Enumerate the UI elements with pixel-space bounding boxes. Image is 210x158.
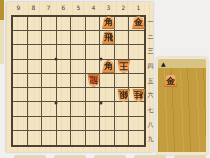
square-77[interactable] <box>42 102 57 116</box>
hoshi-dot <box>55 102 58 105</box>
square-86[interactable] <box>28 88 43 102</box>
sente-marker-icon: ▲ <box>161 59 166 68</box>
cutoff-element <box>174 155 206 158</box>
square-67[interactable] <box>57 102 72 116</box>
square-29[interactable] <box>115 131 130 145</box>
square-36[interactable] <box>100 88 115 102</box>
square-74[interactable] <box>42 60 57 74</box>
square-76[interactable] <box>42 88 57 102</box>
rank-label: 七 <box>147 103 154 118</box>
square-42[interactable] <box>86 31 101 45</box>
square-43[interactable] <box>86 45 101 59</box>
square-41[interactable] <box>86 17 101 31</box>
tsume-app: 987654321 一二三四五六七八九 角金飛角王龍銀桂 ▲ 金 <box>0 0 210 158</box>
square-59[interactable] <box>71 131 86 145</box>
square-68[interactable] <box>57 117 72 131</box>
square-69[interactable] <box>57 131 72 145</box>
square-33[interactable] <box>100 45 115 59</box>
square-99[interactable] <box>13 131 28 145</box>
file-label: 9 <box>11 3 26 13</box>
square-64[interactable] <box>57 60 72 74</box>
square-97[interactable] <box>13 102 28 116</box>
square-88[interactable] <box>28 117 43 131</box>
square-78[interactable] <box>42 117 57 131</box>
file-label: 1 <box>131 3 146 13</box>
piece-glyph: 金 <box>166 75 175 88</box>
rank-label: 八 <box>147 118 154 133</box>
square-38[interactable] <box>100 117 115 131</box>
square-18[interactable] <box>129 117 144 131</box>
square-28[interactable] <box>115 117 130 131</box>
square-89[interactable] <box>28 131 43 145</box>
piece-glyph: 桂 <box>134 89 143 102</box>
file-label: 4 <box>86 3 101 13</box>
square-95[interactable] <box>13 74 28 88</box>
hoshi-dot <box>100 102 103 105</box>
square-52[interactable] <box>71 31 86 45</box>
file-labels: 987654321 <box>11 3 146 13</box>
square-57[interactable] <box>71 102 86 116</box>
gote-komadai-cutoff-body <box>0 0 4 20</box>
sente-komadai: ▲ 金 <box>156 57 208 155</box>
square-66[interactable] <box>57 88 72 102</box>
square-19[interactable] <box>129 131 144 145</box>
square-51[interactable] <box>71 17 86 31</box>
square-37[interactable] <box>100 102 115 116</box>
square-23[interactable] <box>115 45 130 59</box>
square-53[interactable] <box>71 45 86 59</box>
board-grid <box>11 15 146 147</box>
square-98[interactable] <box>13 117 28 131</box>
file-label: 3 <box>101 3 116 13</box>
square-25[interactable] <box>115 74 130 88</box>
rank-label: 六 <box>147 88 154 103</box>
square-54[interactable] <box>71 60 86 74</box>
hoshi-dot <box>55 58 58 61</box>
square-65[interactable] <box>57 74 72 88</box>
piece-glyph: 角 <box>104 60 113 73</box>
square-46[interactable] <box>86 88 101 102</box>
file-label: 2 <box>116 3 131 13</box>
square-39[interactable] <box>100 131 115 145</box>
piece-glyph: 龍 <box>89 74 98 87</box>
square-15[interactable] <box>129 74 144 88</box>
square-87[interactable] <box>28 102 43 116</box>
square-44[interactable] <box>86 60 101 74</box>
file-label: 7 <box>41 3 56 13</box>
rank-label: 五 <box>147 74 154 89</box>
square-82[interactable] <box>28 31 43 45</box>
cutoff-element <box>14 155 46 158</box>
piece-glyph: 銀 <box>119 89 128 102</box>
square-91[interactable] <box>13 17 28 31</box>
square-56[interactable] <box>71 88 86 102</box>
square-12[interactable] <box>129 31 144 45</box>
square-75[interactable] <box>42 74 57 88</box>
sente-hand-tray: 金 <box>158 68 206 152</box>
rank-label: 四 <box>147 59 154 74</box>
square-17[interactable] <box>129 102 144 116</box>
square-21[interactable] <box>115 17 130 31</box>
square-96[interactable] <box>13 88 28 102</box>
square-71[interactable] <box>42 17 57 31</box>
rank-label: 九 <box>147 132 154 147</box>
square-92[interactable] <box>13 31 28 45</box>
square-22[interactable] <box>115 31 130 45</box>
cutoff-element <box>134 155 166 158</box>
square-81[interactable] <box>28 17 43 31</box>
piece-glyph: 王 <box>119 59 128 72</box>
square-83[interactable] <box>28 45 43 59</box>
hoshi-dot <box>100 58 103 61</box>
square-58[interactable] <box>71 117 86 131</box>
square-48[interactable] <box>86 117 101 131</box>
piece-sente-金[interactable]: 金 <box>164 74 177 87</box>
file-label: 8 <box>26 3 41 13</box>
rank-labels: 一二三四五六七八九 <box>147 15 154 147</box>
square-13[interactable] <box>129 45 144 59</box>
rank-label: 一 <box>147 15 154 30</box>
piece-glyph: 角 <box>104 16 113 29</box>
square-14[interactable] <box>129 60 144 74</box>
shogi-board: 987654321 一二三四五六七八九 角金飛角王龍銀桂 <box>6 2 153 152</box>
cutoff-element <box>94 155 126 158</box>
square-35[interactable] <box>100 74 115 88</box>
square-72[interactable] <box>42 31 57 45</box>
square-62[interactable] <box>57 31 72 45</box>
piece-glyph: 飛 <box>104 31 113 44</box>
rank-label: 二 <box>147 30 154 45</box>
square-61[interactable] <box>57 17 72 31</box>
square-79[interactable] <box>42 131 57 145</box>
cutoff-element <box>54 155 86 158</box>
komadai-header: ▲ <box>158 59 206 68</box>
square-84[interactable] <box>28 60 43 74</box>
square-63[interactable] <box>57 45 72 59</box>
file-label: 5 <box>71 3 86 13</box>
square-47[interactable] <box>86 102 101 116</box>
square-27[interactable] <box>115 102 130 116</box>
rank-label: 三 <box>147 44 154 59</box>
square-55[interactable] <box>71 74 86 88</box>
square-85[interactable] <box>28 74 43 88</box>
square-49[interactable] <box>86 131 101 145</box>
file-label: 6 <box>56 3 71 13</box>
piece-glyph: 金 <box>134 16 143 29</box>
square-94[interactable] <box>13 60 28 74</box>
square-93[interactable] <box>13 45 28 59</box>
